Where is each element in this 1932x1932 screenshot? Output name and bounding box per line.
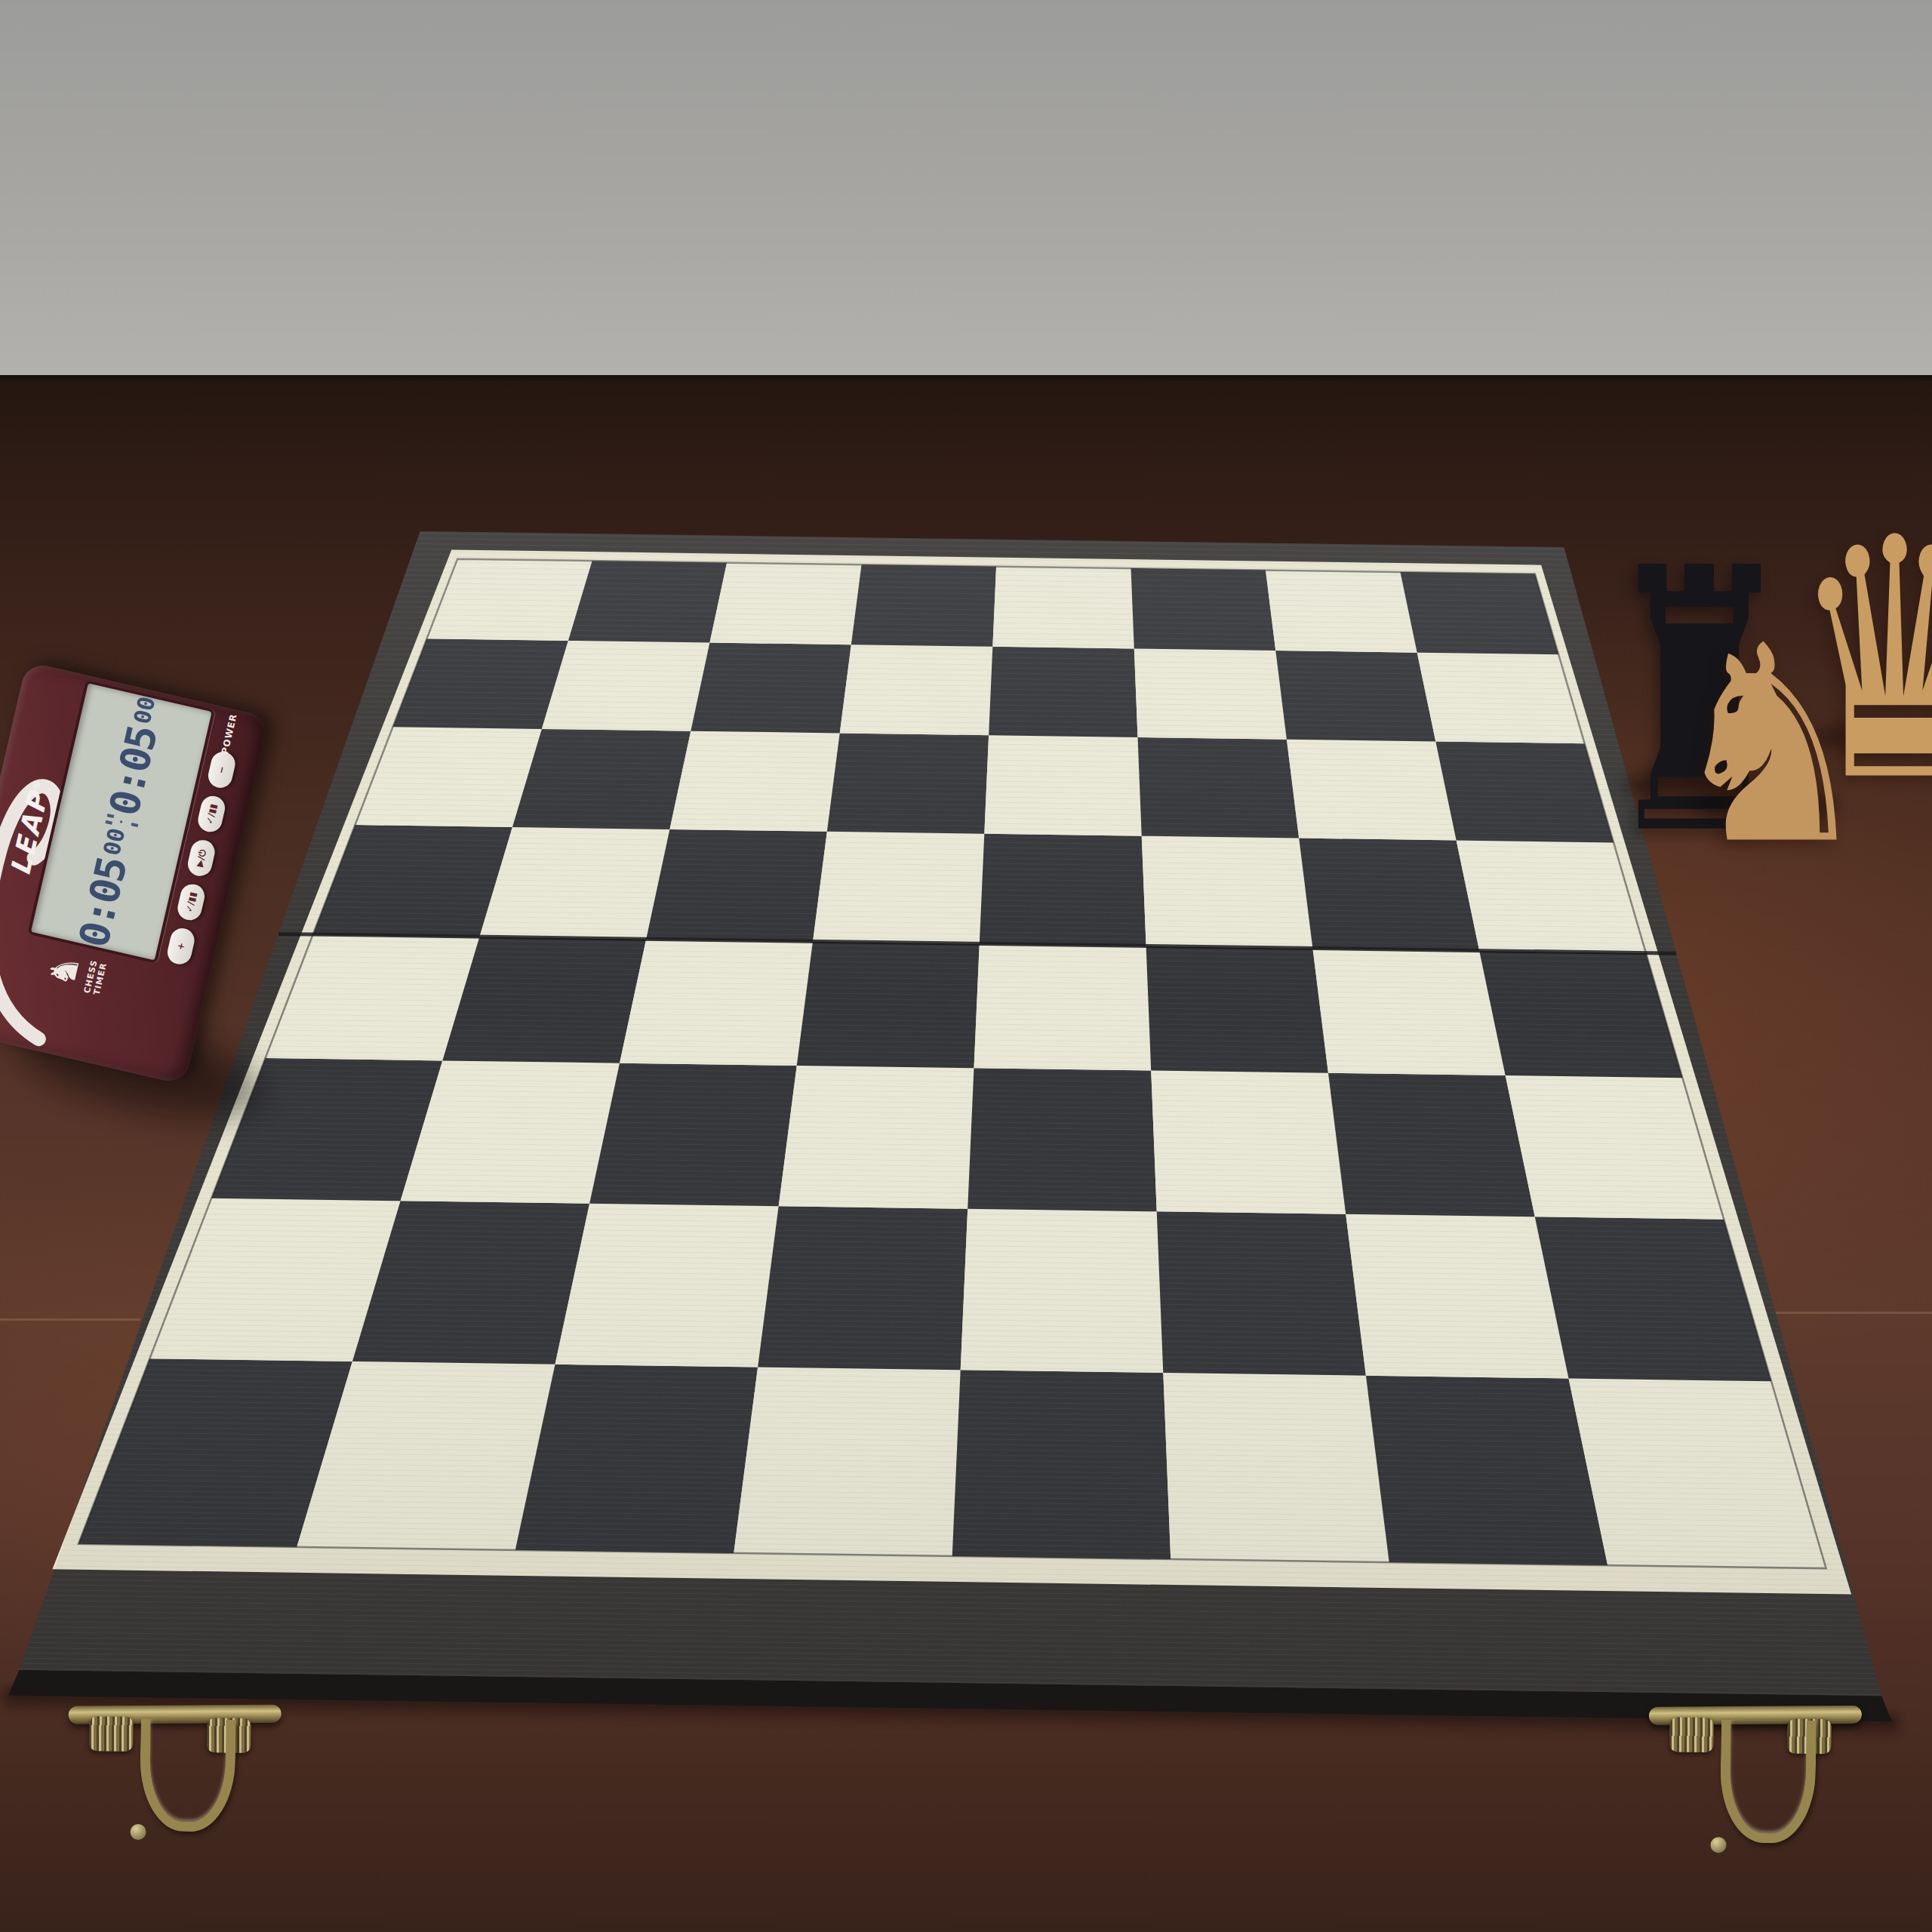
scene: ♜ ♛ ♞ LEAP® ♞ CHESS TIMER 0:0500 ▮▮ • ▮ … [0, 0, 1932, 1932]
chess-board-group [0, 0, 1932, 1932]
clasp-hook-icon [140, 1718, 236, 1832]
clock-display-left: 0:0500 [69, 823, 143, 951]
indicator-mid: • [117, 819, 125, 825]
right-time: 0:05 [100, 722, 166, 820]
clock-display-right: 0:0500 [100, 692, 173, 820]
brass-clasp-right[interactable] [1647, 1705, 1869, 1866]
indicator-bot: ▮ [127, 820, 142, 829]
chess-board [0, 0, 1932, 1932]
clasp-coil-icon [89, 1716, 134, 1752]
clasp-ball-icon [130, 1824, 146, 1840]
left-time: 0:05 [69, 854, 136, 952]
brass-clasp-left[interactable] [66, 1704, 289, 1866]
clasp-hook-icon [1720, 1719, 1817, 1844]
right-seconds: 00 [128, 694, 160, 726]
indicator-top: ▮▮ [100, 811, 117, 827]
clasp-coil-icon [1669, 1717, 1714, 1752]
registered-mark: ® [29, 777, 43, 792]
clasp-ball-icon [1710, 1837, 1726, 1853]
white-knight-piece[interactable]: ♞ [1667, 610, 1874, 881]
